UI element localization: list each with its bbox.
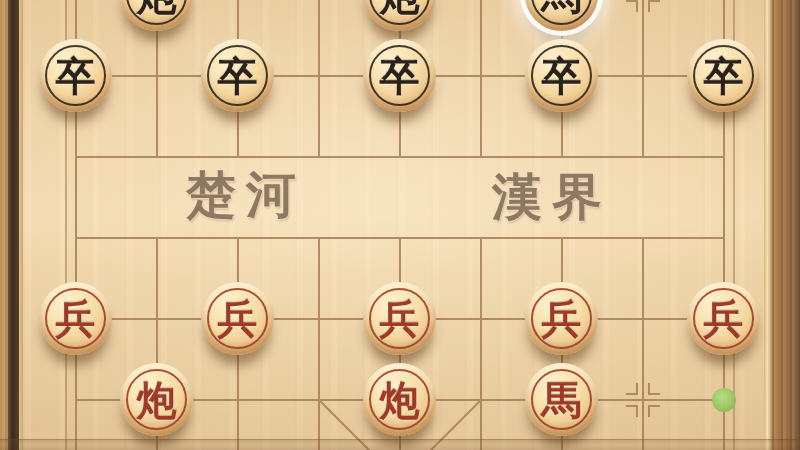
piece-glyph: 兵: [56, 299, 96, 339]
piece-glyph: 炮: [380, 0, 420, 15]
piece-glyph: 卒: [542, 56, 582, 96]
piece-black-soldier[interactable]: 卒: [39, 39, 112, 112]
piece-red-horse[interactable]: 馬: [525, 363, 598, 436]
river-label-han-jie: 漢界: [492, 172, 612, 222]
piece-red-cannon[interactable]: 炮: [363, 363, 436, 436]
xiangqi-board-screen: 楚河 漢界 炮炮馬卒卒卒卒卒兵兵兵兵兵炮炮馬: [0, 0, 800, 450]
piece-glyph: 馬: [542, 0, 582, 15]
piece-glyph: 卒: [704, 56, 744, 96]
piece-red-soldier[interactable]: 兵: [363, 282, 436, 355]
piece-glyph: 卒: [218, 56, 258, 96]
piece-red-soldier[interactable]: 兵: [687, 282, 760, 355]
piece-glyph: 兵: [704, 299, 744, 339]
piece-glyph: 卒: [56, 56, 96, 96]
piece-red-cannon[interactable]: 炮: [120, 363, 193, 436]
piece-black-soldier[interactable]: 卒: [687, 39, 760, 112]
bottom-shade-band: [0, 439, 800, 450]
piece-glyph: 馬: [542, 380, 582, 420]
piece-red-soldier[interactable]: 兵: [39, 282, 112, 355]
piece-glyph: 炮: [137, 0, 177, 15]
piece-glyph: 炮: [380, 380, 420, 420]
piece-black-soldier[interactable]: 卒: [201, 39, 274, 112]
piece-glyph: 炮: [137, 380, 177, 420]
piece-glyph: 卒: [380, 56, 420, 96]
piece-red-soldier[interactable]: 兵: [201, 282, 274, 355]
piece-glyph: 兵: [218, 299, 258, 339]
piece-glyph: 兵: [380, 299, 420, 339]
piece-black-soldier[interactable]: 卒: [525, 39, 598, 112]
piece-black-soldier[interactable]: 卒: [363, 39, 436, 112]
move-hint-dot[interactable]: [712, 388, 736, 412]
piece-red-soldier[interactable]: 兵: [525, 282, 598, 355]
piece-glyph: 兵: [542, 299, 582, 339]
river-label-chu-he: 楚河: [186, 170, 306, 220]
